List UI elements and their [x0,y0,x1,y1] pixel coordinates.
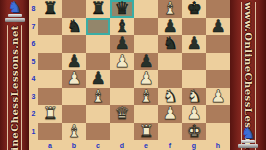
rank-coordinates: 87654321 [29,0,38,140]
square-c1[interactable] [86,123,110,141]
square-b7[interactable]: ♞ [62,18,86,36]
square-b8[interactable] [62,0,86,18]
board-area: 87654321 ♜♜♛♝♚♞♝♟♟♟♞♟♟♟♟♟♟♟♝♝♞♞♟♜♛♟♟♝♜♚ … [29,0,230,150]
rank-label-6: 6 [29,35,38,53]
square-e4[interactable]: ♟ [134,70,158,88]
rank-label-5: 5 [29,53,38,71]
video-frame: ♞ www.OnlineChessLessons.net 87654321 ♜♜… [0,0,266,150]
square-c7[interactable] [86,18,110,36]
black-pawn-f7[interactable]: ♟ [162,18,177,35]
square-c2[interactable] [86,105,110,123]
black-knight-b7[interactable]: ♞ [66,18,81,35]
file-coordinates: abcdefgh [29,140,230,150]
black-pawn-h7[interactable]: ♟ [210,18,225,35]
square-a4[interactable] [38,70,62,88]
square-c6[interactable] [86,35,110,53]
square-d4[interactable] [110,70,134,88]
square-b2[interactable] [62,105,86,123]
white-bishop-c3[interactable]: ♝ [90,88,105,105]
knight-pedestal-base [5,18,25,22]
square-b1[interactable]: ♝ [62,123,86,141]
knight-logo-bottom: ♞ [238,127,258,148]
coords-corner [29,140,38,150]
square-d5[interactable]: ♟ [110,53,134,71]
file-label-d: d [110,140,134,150]
square-g4[interactable] [182,70,206,88]
rank-label-1: 1 [29,123,38,141]
square-a8[interactable]: ♜ [38,0,62,18]
white-knight-f3[interactable]: ♞ [162,88,177,105]
black-pawn-g6[interactable]: ♟ [186,35,201,52]
square-b4[interactable]: ♟ [62,70,86,88]
square-h4[interactable] [206,70,230,88]
black-king-g8[interactable]: ♚ [186,0,201,17]
blue-knight-icon: ♞ [241,127,254,140]
square-h5[interactable] [206,53,230,71]
square-g6[interactable]: ♟ [182,35,206,53]
square-f8[interactable]: ♝ [158,0,182,18]
white-king-g1[interactable]: ♚ [186,123,201,140]
square-b3[interactable] [62,88,86,106]
white-pawn-f2[interactable]: ♟ [162,105,177,122]
file-label-c: c [86,140,110,150]
black-pawn-e5[interactable]: ♟ [138,53,153,70]
square-e6[interactable] [134,35,158,53]
white-pawn-h3[interactable]: ♟ [210,88,225,105]
black-queen-d8[interactable]: ♛ [114,0,129,17]
square-f1[interactable] [158,123,182,141]
knight-pedestal [8,14,22,17]
chess-board: ♜♜♛♝♚♞♝♟♟♟♞♟♟♟♟♟♟♟♝♝♞♞♟♜♛♟♟♝♜♚ [38,0,230,140]
square-e1[interactable]: ♜ [134,123,158,141]
rank-label-8: 8 [29,0,38,18]
black-pawn-b5[interactable]: ♟ [66,53,81,70]
square-d8[interactable]: ♛ [110,0,134,18]
square-c3[interactable]: ♝ [86,88,110,106]
white-pawn-g2[interactable]: ♟ [186,105,201,122]
square-f2[interactable]: ♟ [158,105,182,123]
file-label-f: f [158,140,182,150]
rank-label-7: 7 [29,18,38,36]
white-knight-g3[interactable]: ♞ [186,88,201,105]
white-rook-a2[interactable]: ♜ [42,105,57,122]
left-banner: ♞ www.OnlineChessLessons.net [0,0,29,150]
square-f6[interactable]: ♞ [158,35,182,53]
file-label-b: b [62,140,86,150]
square-d6[interactable]: ♟ [110,35,134,53]
black-rook-c8[interactable]: ♜ [90,0,105,17]
square-a1[interactable] [38,123,62,141]
square-e2[interactable] [134,105,158,123]
file-label-h: h [206,140,230,150]
white-pawn-d5[interactable]: ♟ [114,53,129,70]
black-pawn-d6[interactable]: ♟ [114,35,129,52]
white-pawn-e4[interactable]: ♟ [138,70,153,87]
square-g1[interactable]: ♚ [182,123,206,141]
square-e7[interactable] [134,18,158,36]
black-pawn-c4[interactable]: ♟ [90,70,105,87]
square-h6[interactable] [206,35,230,53]
square-a6[interactable] [38,35,62,53]
rank-label-3: 3 [29,88,38,106]
blue-knight-icon: ♞ [8,1,21,14]
square-d2[interactable]: ♛ [110,105,134,123]
square-e8[interactable] [134,0,158,18]
square-a2[interactable]: ♜ [38,105,62,123]
white-rook-e1[interactable]: ♜ [138,123,153,140]
white-pawn-b4[interactable]: ♟ [66,70,81,87]
square-h8[interactable] [206,0,230,18]
black-rook-a8[interactable]: ♜ [42,0,57,17]
rank-label-2: 2 [29,105,38,123]
file-label-g: g [182,140,206,150]
square-c4[interactable]: ♟ [86,70,110,88]
square-h7[interactable]: ♟ [206,18,230,36]
knight-pedestal [241,140,255,143]
right-banner: www.OnlineChessLessons.net ♞ [230,0,266,150]
white-bishop-e3[interactable]: ♝ [138,88,153,105]
square-f4[interactable] [158,70,182,88]
white-bishop-b1[interactable]: ♝ [66,123,81,140]
black-bishop-d7[interactable]: ♝ [114,18,129,35]
file-label-a: a [38,140,62,150]
square-c8[interactable]: ♜ [86,0,110,18]
black-knight-f6[interactable]: ♞ [162,35,177,52]
white-queen-d2[interactable]: ♛ [114,105,129,122]
square-a5[interactable] [38,53,62,71]
banner-url-text-left: www.OnlineChessLessons.net [7,25,22,150]
square-h3[interactable]: ♟ [206,88,230,106]
square-h2[interactable] [206,105,230,123]
square-g5[interactable] [182,53,206,71]
white-bishop-f8[interactable]: ♝ [162,0,177,17]
rank-label-4: 4 [29,70,38,88]
square-a7[interactable] [38,18,62,36]
square-h1[interactable] [206,123,230,141]
square-b6[interactable] [62,35,86,53]
square-d1[interactable] [110,123,134,141]
knight-pedestal-base [238,144,258,148]
knight-logo-top: ♞ [5,1,25,22]
square-f5[interactable] [158,53,182,71]
square-g2[interactable]: ♟ [182,105,206,123]
square-g8[interactable]: ♚ [182,0,206,18]
square-e3[interactable]: ♝ [134,88,158,106]
file-label-e: e [134,140,158,150]
